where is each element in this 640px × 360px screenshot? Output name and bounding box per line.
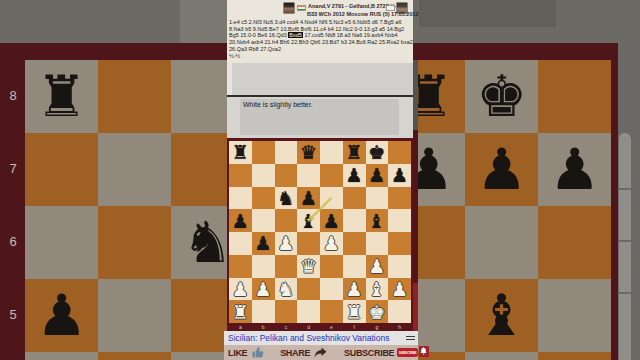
square-g7[interactable]: ♟ [366,164,389,187]
square-d2[interactable] [297,278,320,301]
black-rook: ♜ [346,141,363,163]
square-a6[interactable] [229,187,252,210]
background-square-h7: ♟ [538,133,611,206]
current-move[interactable]: Bxd5 [288,32,303,38]
game-panel: Anand,V 2791 - Gelfand,B 2727 ½-½ B33 WC… [227,0,413,331]
background-black-knight: ♞ [171,206,227,279]
square-e8[interactable] [320,141,343,164]
black-pawn: ♟ [368,164,385,186]
square-c1[interactable] [275,300,298,323]
scrollbar-notch [619,292,632,294]
square-a5[interactable]: ♟ [229,209,252,232]
scrollbar-notch [619,188,632,190]
game-header: Anand,V 2791 - Gelfand,B 2727 ½-½ B33 WC… [227,0,413,18]
background-square-b5 [98,279,171,352]
background-square-a4 [25,352,98,360]
black-pawn: ♟ [255,232,272,254]
square-e4[interactable]: ♟ [320,232,343,255]
background-square-a5: ♟ [25,279,98,352]
square-c8[interactable] [275,141,298,164]
white-queen: ♛ [300,255,317,277]
square-b6[interactable] [252,187,275,210]
square-h1[interactable] [388,300,411,323]
square-f5[interactable] [343,209,366,232]
square-b4[interactable]: ♟ [252,232,275,255]
square-a3[interactable] [229,255,252,278]
cta-bar: LIKE SHARE SUBSCRIBE SUBSCRIBE [224,345,418,360]
background-square-a7 [25,133,98,206]
square-g2[interactable]: ♝ [366,278,389,301]
square-g8[interactable]: ♚ [366,141,389,164]
background-square-c7 [171,133,227,206]
background-square-g5: ♝ [465,279,538,352]
subscribe-button-label: SUBSCRIBE [399,351,417,355]
square-c2[interactable]: ♞ [275,278,298,301]
background-board-border-right [611,60,618,360]
square-g6[interactable] [366,187,389,210]
background-square-c8 [171,60,227,133]
background-black-rook: ♜ [25,60,98,133]
panel-seam [413,283,418,333]
square-f1[interactable]: ♜ [343,300,366,323]
square-a2[interactable]: ♟ [229,278,252,301]
bell-icon[interactable] [419,346,430,358]
square-e5[interactable]: ♟ [320,209,343,232]
file-labels: abcdefgh [229,323,411,331]
square-f7[interactable]: ♟ [343,164,366,187]
background-square-b8 [98,60,171,133]
notation-empty-area [232,63,413,95]
square-h8[interactable] [388,141,411,164]
square-e6[interactable] [320,187,343,210]
scrollbar-notch [619,240,632,242]
notation-line[interactable]: ½-½ [229,53,413,60]
scrollbar[interactable] [618,133,631,360]
background-rank-label-6: 6 [4,234,22,249]
square-d1[interactable] [297,300,320,323]
black-rook: ♜ [232,141,249,163]
black-pawn: ♟ [391,164,408,186]
square-a7[interactable] [229,164,252,187]
white-player-photo [283,2,295,14]
share-arrow-icon[interactable] [314,344,327,360]
screenshot-root: ♜♞♟ 8765 ♜♚♟♟♟♝ Anand,V 2791 - Gelfand,B… [0,0,640,360]
background-board-left: ♜♞♟ [25,60,227,360]
notation-line[interactable]: 20.Nxb4 axb4 21.h4 Bh6 22.Bh3 Qb6 23.Bd7… [229,39,413,46]
background-board-frame-right [413,43,640,60]
background-black-pawn: ♟ [538,133,611,206]
white-king: ♚ [368,301,385,323]
subscribe-button[interactable]: SUBSCRIBE [397,348,418,357]
square-b3[interactable] [252,255,275,278]
background-rank-label-8: 8 [4,88,22,103]
file-label-g: g [366,323,389,331]
white-knight: ♞ [277,278,294,300]
background-square-b6 [98,206,171,279]
evaluation-box: White is slightly better. [240,99,399,135]
square-f4[interactable] [343,232,366,255]
black-king: ♚ [368,141,385,163]
background-square-c4 [171,352,227,360]
background-black-pawn: ♟ [25,279,98,352]
square-d4[interactable] [297,232,320,255]
black-knight: ♞ [277,187,294,209]
notation-line[interactable]: Bg5 15.0-0 Be6 16.Qd3 Bxd5 17.cxd5 Nb8 1… [229,32,413,39]
square-h6[interactable] [388,187,411,210]
square-e7[interactable] [320,164,343,187]
square-a1[interactable]: ♜ [229,300,252,323]
square-f3[interactable] [343,255,366,278]
background-square-c5 [171,279,227,352]
square-c4[interactable]: ♟ [275,232,298,255]
background-square-a8: ♜ [25,60,98,133]
notation-line[interactable]: 26.Qa3 Rb8 27.Qxa2 [229,46,413,53]
black-bishop: ♝ [300,210,317,232]
square-b8[interactable] [252,141,275,164]
move-list[interactable]: 1.e4 c5 2.Nf3 Nc6 3.d4 cxd4 4.Nxd4 Nf6 5… [227,18,413,63]
background-black-bishop: ♝ [465,279,538,352]
square-b7[interactable] [252,164,275,187]
white-rook: ♜ [232,301,249,323]
background-rank-label-5: 5 [4,307,22,322]
india-flag-icon [297,5,306,11]
black-pawn: ♟ [300,187,317,209]
background-square-g6 [465,206,538,279]
white-bishop: ♝ [368,278,385,300]
background-board-right: ♜♚♟♟♟♝ [392,60,611,360]
square-b5[interactable] [252,209,275,232]
file-label-b: b [252,323,275,331]
black-pawn: ♟ [346,164,363,186]
square-c3[interactable] [275,255,298,278]
white-pawn: ♟ [232,278,249,300]
board-squares: ♜♛♜♚♟♟♟♞♟♟♝♟♝♟♟♟♛♟♟♟♞♟♝♟♜♜♚ [229,141,411,323]
square-d3[interactable]: ♛ [297,255,320,278]
share-label[interactable]: SHARE [280,348,310,358]
white-pawn: ♟ [255,278,272,300]
square-d7[interactable] [297,164,320,187]
white-pawn: ♟ [277,232,294,254]
square-h3[interactable] [388,255,411,278]
watermark-dashes [406,336,415,340]
background-rank-label-7: 7 [4,161,22,176]
square-e3[interactable] [320,255,343,278]
subscribe-label[interactable]: SUBSCRIBE [344,348,394,358]
black-pawn: ♟ [232,210,249,232]
square-g5[interactable]: ♝ [366,209,389,232]
square-f2[interactable]: ♟ [343,278,366,301]
file-label-a: a [229,323,252,331]
square-b1[interactable] [252,300,275,323]
panel-seam [413,130,418,283]
evaluation-pane: White is slightly better. [227,97,413,139]
square-d8[interactable]: ♛ [297,141,320,164]
square-g1[interactable]: ♚ [366,300,389,323]
file-label-d: d [297,323,320,331]
square-h4[interactable] [388,232,411,255]
notation-line[interactable]: 8.Na3 b5 9.Nd5 Be7 10.Bxf6 Bxf6 11.c4 b4… [229,26,413,33]
background-square-h4 [538,352,611,360]
square-e1[interactable] [320,300,343,323]
notation-line[interactable]: 1.e4 c5 2.Nf3 Nc6 3.d4 cxd4 4.Nxd4 Nf6 5… [229,19,413,26]
background-black-king: ♚ [465,60,538,133]
background-square-b7 [98,133,171,206]
background-square-b4 [98,352,171,360]
file-label-e: e [320,323,343,331]
background-square-h5 [538,279,611,352]
chess-board: ♜♛♜♚♟♟♟♞♟♟♝♟♝♟♟♟♛♟♟♟♞♟♝♟♜♜♚ abcdefgh [227,138,413,331]
square-e2[interactable] [320,278,343,301]
event-line: B33 WCh 2012 Moscow RUS (5) 17.05.2012 [307,11,419,17]
background-square-a6 [25,206,98,279]
square-a4[interactable] [229,232,252,255]
square-c7[interactable] [275,164,298,187]
square-b2[interactable]: ♟ [252,278,275,301]
square-c5[interactable] [275,209,298,232]
black-queen: ♛ [300,141,317,163]
panel-seam [413,60,418,130]
thumb-up-icon[interactable] [252,344,264,360]
background-square-g4 [465,352,538,360]
black-bishop: ♝ [368,210,385,232]
square-h5[interactable] [388,209,411,232]
like-label[interactable]: LIKE [228,348,247,358]
white-pawn: ♟ [346,278,363,300]
white-pawn: ♟ [323,232,340,254]
background-square-g7: ♟ [465,133,538,206]
black-pawn: ♟ [323,210,340,232]
file-label-f: f [343,323,366,331]
white-pawn: ♟ [368,255,385,277]
square-g4[interactable] [366,232,389,255]
square-g3[interactable]: ♟ [366,255,389,278]
background-square-g8: ♚ [465,60,538,133]
white-pawn: ♟ [391,278,408,300]
square-f8[interactable]: ♜ [343,141,366,164]
background-square-h6 [538,206,611,279]
background-grey-block [419,0,556,27]
background-square-h8 [538,60,611,133]
background-black-pawn: ♟ [465,133,538,206]
white-rook: ♜ [346,301,363,323]
square-a8[interactable]: ♜ [229,141,252,164]
square-h7[interactable]: ♟ [388,164,411,187]
evaluation-text: White is slightly better. [240,99,399,108]
file-label-c: c [275,323,298,331]
square-d5[interactable]: ♝ [297,209,320,232]
square-c6[interactable]: ♞ [275,187,298,210]
square-f6[interactable] [343,187,366,210]
background-square-c6: ♞ [171,206,227,279]
square-d6[interactable]: ♟ [297,187,320,210]
square-h2[interactable]: ♟ [388,278,411,301]
file-label-h: h [388,323,411,331]
